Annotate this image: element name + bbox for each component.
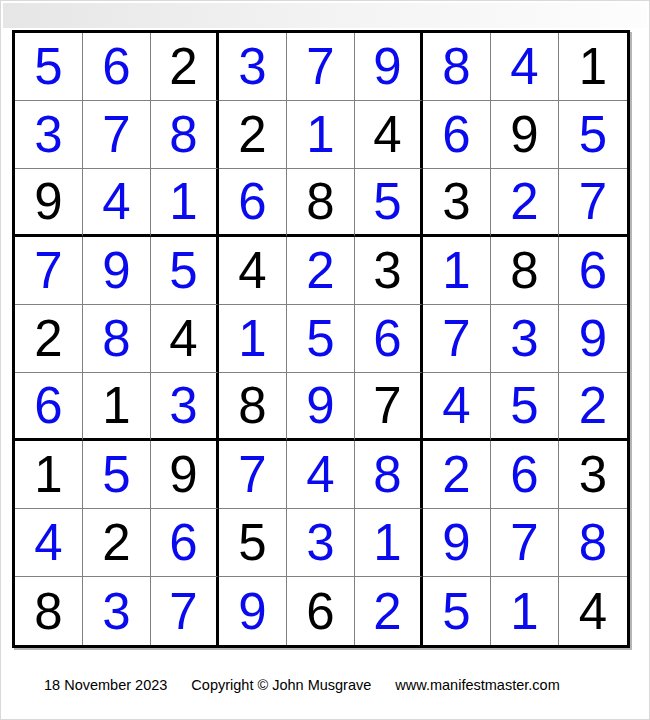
sudoku-cell-r9c9: 4	[559, 577, 627, 645]
sudoku-cell-r5c3: 4	[151, 305, 219, 373]
sudoku-cell-r2c4: 2	[219, 101, 287, 169]
sudoku-cell-r9c3: 7	[151, 577, 219, 645]
sudoku-cell-r7c3: 9	[151, 441, 219, 509]
sudoku-cell-r2c6: 4	[355, 101, 423, 169]
sudoku-cell-r5c9: 9	[559, 305, 627, 373]
sudoku-cell-r5c7: 7	[423, 305, 491, 373]
sudoku-cell-r4c9: 6	[559, 237, 627, 305]
sudoku-cell-r7c5: 4	[287, 441, 355, 509]
sudoku-cell-r7c6: 8	[355, 441, 423, 509]
sudoku-cell-r4c8: 8	[491, 237, 559, 305]
sudoku-cell-r6c7: 4	[423, 373, 491, 441]
sudoku-cell-r6c3: 3	[151, 373, 219, 441]
sudoku-cell-r1c1: 5	[15, 33, 83, 101]
sudoku-cell-r7c4: 7	[219, 441, 287, 509]
sudoku-cell-r3c3: 1	[151, 169, 219, 237]
sudoku-cell-r3c4: 6	[219, 169, 287, 237]
sudoku-cell-r2c7: 6	[423, 101, 491, 169]
sudoku-cell-r4c4: 4	[219, 237, 287, 305]
sudoku-cell-r8c4: 5	[219, 509, 287, 577]
sudoku-cell-r1c2: 6	[83, 33, 151, 101]
sudoku-cell-r5c1: 2	[15, 305, 83, 373]
sudoku-cell-r4c7: 1	[423, 237, 491, 305]
sudoku-cell-r9c6: 2	[355, 577, 423, 645]
sudoku-cell-r9c1: 8	[15, 577, 83, 645]
sudoku-cell-r3c8: 2	[491, 169, 559, 237]
sudoku-cell-r9c5: 6	[287, 577, 355, 645]
footer-copyright: Copyright © John Musgrave	[191, 677, 371, 693]
sudoku-cell-r3c9: 7	[559, 169, 627, 237]
sudoku-cell-r6c1: 6	[15, 373, 83, 441]
sudoku-cell-r7c8: 6	[491, 441, 559, 509]
sudoku-cell-r1c7: 8	[423, 33, 491, 101]
top-banner	[3, 3, 647, 28]
sudoku-board: 5623798413782146959416853277954231862841…	[12, 30, 630, 648]
sudoku-cell-r4c1: 7	[15, 237, 83, 305]
sudoku-cell-r6c4: 8	[219, 373, 287, 441]
sudoku-cell-r5c4: 1	[219, 305, 287, 373]
sudoku-cell-r3c7: 3	[423, 169, 491, 237]
sudoku-cell-r1c4: 3	[219, 33, 287, 101]
sudoku-cell-r8c8: 7	[491, 509, 559, 577]
sudoku-cell-r6c2: 1	[83, 373, 151, 441]
sudoku-cell-r2c5: 1	[287, 101, 355, 169]
sudoku-cell-r9c4: 9	[219, 577, 287, 645]
sudoku-cell-r2c2: 7	[83, 101, 151, 169]
sudoku-cell-r6c8: 5	[491, 373, 559, 441]
sudoku-cell-r2c1: 3	[15, 101, 83, 169]
sudoku-cell-r7c2: 5	[83, 441, 151, 509]
sudoku-cell-r3c5: 8	[287, 169, 355, 237]
sudoku-cell-r8c2: 2	[83, 509, 151, 577]
sudoku-cell-r1c8: 4	[491, 33, 559, 101]
sudoku-cell-r7c9: 3	[559, 441, 627, 509]
sudoku-cell-r5c8: 3	[491, 305, 559, 373]
sudoku-cell-r8c6: 1	[355, 509, 423, 577]
sudoku-cell-r9c2: 3	[83, 577, 151, 645]
sudoku-cell-r8c7: 9	[423, 509, 491, 577]
sudoku-cell-r6c9: 2	[559, 373, 627, 441]
sudoku-cell-r3c6: 5	[355, 169, 423, 237]
sudoku-cell-r5c2: 8	[83, 305, 151, 373]
footer-date: 18 November 2023	[44, 677, 167, 693]
sudoku-cell-r9c7: 5	[423, 577, 491, 645]
sudoku-cell-r6c5: 9	[287, 373, 355, 441]
sudoku-cell-r9c8: 1	[491, 577, 559, 645]
sudoku-cell-r2c8: 9	[491, 101, 559, 169]
sudoku-cell-r2c9: 5	[559, 101, 627, 169]
sudoku-cell-r5c5: 5	[287, 305, 355, 373]
footer-website: www.manifestmaster.com	[395, 677, 559, 693]
sudoku-cell-r8c9: 8	[559, 509, 627, 577]
sudoku-cell-r7c1: 1	[15, 441, 83, 509]
sudoku-cell-r1c3: 2	[151, 33, 219, 101]
sudoku-cell-r8c5: 3	[287, 509, 355, 577]
sudoku-cell-r4c6: 3	[355, 237, 423, 305]
sudoku-cell-r7c7: 2	[423, 441, 491, 509]
sudoku-cell-r1c6: 9	[355, 33, 423, 101]
sudoku-cell-r8c3: 6	[151, 509, 219, 577]
sudoku-cell-r1c9: 1	[559, 33, 627, 101]
sudoku-cell-r8c1: 4	[15, 509, 83, 577]
footer: 18 November 2023 Copyright © John Musgra…	[44, 677, 560, 693]
sudoku-cell-r6c6: 7	[355, 373, 423, 441]
page: 5623798413782146959416853277954231862841…	[0, 0, 650, 720]
sudoku-cell-r1c5: 7	[287, 33, 355, 101]
sudoku-cell-r4c2: 9	[83, 237, 151, 305]
sudoku-cell-r4c5: 2	[287, 237, 355, 305]
sudoku-cell-r4c3: 5	[151, 237, 219, 305]
sudoku-cell-r5c6: 6	[355, 305, 423, 373]
sudoku-cell-r3c2: 4	[83, 169, 151, 237]
sudoku-cell-r3c1: 9	[15, 169, 83, 237]
sudoku-cell-r2c3: 8	[151, 101, 219, 169]
